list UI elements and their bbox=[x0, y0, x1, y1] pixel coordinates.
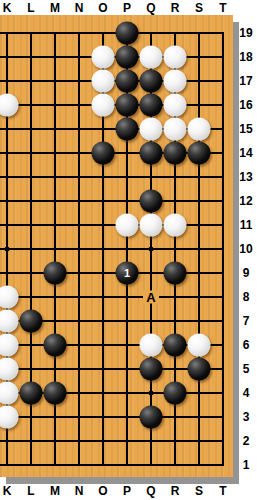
row-label-5: 5 bbox=[243, 363, 250, 375]
grid-line-horizontal bbox=[0, 416, 224, 417]
row-label-19: 19 bbox=[239, 27, 252, 39]
column-label-l: L bbox=[27, 2, 34, 14]
row-label-4: 4 bbox=[243, 387, 250, 399]
row-label-18: 18 bbox=[239, 51, 252, 63]
black-stone-s14 bbox=[188, 142, 211, 165]
white-stone-o17 bbox=[92, 70, 115, 93]
column-label-bottom-q: Q bbox=[146, 485, 155, 497]
grid-line-horizontal bbox=[0, 440, 224, 441]
black-stone-r9 bbox=[164, 262, 187, 285]
row-label-14: 14 bbox=[239, 147, 252, 159]
column-label-k: K bbox=[3, 2, 12, 14]
row-label-10: 10 bbox=[239, 243, 252, 255]
black-stone-q14 bbox=[140, 142, 163, 165]
column-label-o: O bbox=[98, 2, 107, 14]
white-stone-k3 bbox=[0, 406, 19, 429]
black-stone-p19 bbox=[116, 22, 139, 45]
column-label-bottom-r: R bbox=[171, 485, 180, 497]
white-stone-k7 bbox=[0, 310, 19, 333]
black-stone-o14 bbox=[92, 142, 115, 165]
row-label-7: 7 bbox=[243, 315, 250, 327]
white-stone-k4 bbox=[0, 382, 19, 405]
row-label-12: 12 bbox=[239, 195, 252, 207]
column-label-t: T bbox=[219, 2, 226, 14]
star-point bbox=[5, 247, 10, 252]
black-stone-s5 bbox=[188, 358, 211, 381]
black-stone-m6 bbox=[44, 334, 67, 357]
go-board[interactable]: A1 bbox=[0, 15, 233, 477]
grid-line-horizontal bbox=[0, 176, 224, 177]
black-stone-q16 bbox=[140, 94, 163, 117]
row-label-15: 15 bbox=[239, 123, 252, 135]
black-stone-r14 bbox=[164, 142, 187, 165]
column-label-bottom-m: M bbox=[50, 485, 60, 497]
grid-line-horizontal bbox=[0, 272, 224, 273]
black-stone-m9 bbox=[44, 262, 67, 285]
black-stone-l4 bbox=[20, 382, 43, 405]
white-stone-s6 bbox=[188, 334, 211, 357]
row-label-1: 1 bbox=[243, 459, 250, 471]
black-stone-p17 bbox=[116, 70, 139, 93]
go-app-window: KLMNOPQRST A1 19181716151413121110987654… bbox=[0, 0, 260, 500]
white-stone-r15 bbox=[164, 118, 187, 141]
row-label-11: 11 bbox=[240, 219, 253, 231]
grid-line-horizontal bbox=[0, 464, 224, 465]
column-label-n: N bbox=[75, 2, 84, 14]
board-marker-a[interactable]: A bbox=[143, 291, 159, 304]
white-stone-k6 bbox=[0, 334, 19, 357]
row-label-8: 8 bbox=[243, 291, 250, 303]
white-stone-q6 bbox=[140, 334, 163, 357]
grid-line-horizontal bbox=[0, 248, 224, 249]
white-stone-q15 bbox=[140, 118, 163, 141]
white-stone-k5 bbox=[0, 358, 19, 381]
white-stone-k16 bbox=[0, 94, 19, 117]
black-stone-q12 bbox=[140, 190, 163, 213]
black-stone-p16 bbox=[116, 94, 139, 117]
white-stone-r18 bbox=[164, 46, 187, 69]
white-stone-q11 bbox=[140, 214, 163, 237]
column-label-s: S bbox=[195, 2, 203, 14]
grid-line-vertical bbox=[222, 32, 223, 465]
column-label-bottom-p: P bbox=[123, 485, 131, 497]
white-stone-k8 bbox=[0, 286, 19, 309]
white-stone-r11 bbox=[164, 214, 187, 237]
white-stone-r17 bbox=[164, 70, 187, 93]
column-label-q: Q bbox=[146, 2, 155, 14]
grid-line-horizontal bbox=[0, 224, 224, 225]
black-stone-q3 bbox=[140, 406, 163, 429]
white-stone-r16 bbox=[164, 94, 187, 117]
row-label-16: 16 bbox=[239, 99, 252, 111]
grid-line-horizontal bbox=[0, 32, 224, 33]
move-number-label: 1 bbox=[124, 268, 130, 279]
column-label-bottom-t: T bbox=[219, 485, 226, 497]
white-stone-p11 bbox=[116, 214, 139, 237]
row-label-17: 17 bbox=[239, 75, 252, 87]
row-label-13: 13 bbox=[239, 171, 252, 183]
black-stone-q17 bbox=[140, 70, 163, 93]
grid-line-vertical bbox=[198, 32, 199, 465]
row-label-3: 3 bbox=[243, 411, 250, 423]
column-label-r: R bbox=[171, 2, 180, 14]
star-point bbox=[149, 247, 154, 252]
column-label-bottom-l: L bbox=[27, 485, 34, 497]
black-stone-p9: 1 bbox=[116, 262, 139, 285]
column-label-bottom-k: K bbox=[3, 485, 12, 497]
black-stone-q5 bbox=[140, 358, 163, 381]
column-label-m: M bbox=[50, 2, 60, 14]
column-label-bottom-s: S bbox=[195, 485, 203, 497]
black-stone-l7 bbox=[20, 310, 43, 333]
row-label-2: 2 bbox=[243, 435, 250, 447]
white-stone-s15 bbox=[188, 118, 211, 141]
black-stone-r4 bbox=[164, 382, 187, 405]
star-point bbox=[149, 391, 154, 396]
grid-line-vertical bbox=[78, 32, 79, 465]
black-stone-p18 bbox=[116, 46, 139, 69]
row-label-9: 9 bbox=[243, 267, 250, 279]
black-stone-p15 bbox=[116, 118, 139, 141]
white-stone-o18 bbox=[92, 46, 115, 69]
grid-line-horizontal bbox=[0, 296, 224, 297]
column-label-bottom-o: O bbox=[98, 485, 107, 497]
black-stone-m4 bbox=[44, 382, 67, 405]
column-label-bottom-n: N bbox=[75, 485, 84, 497]
grid-line-horizontal bbox=[0, 200, 224, 201]
white-stone-o16 bbox=[92, 94, 115, 117]
column-label-p: P bbox=[123, 2, 131, 14]
row-label-6: 6 bbox=[243, 339, 250, 351]
white-stone-q18 bbox=[140, 46, 163, 69]
black-stone-r6 bbox=[164, 334, 187, 357]
